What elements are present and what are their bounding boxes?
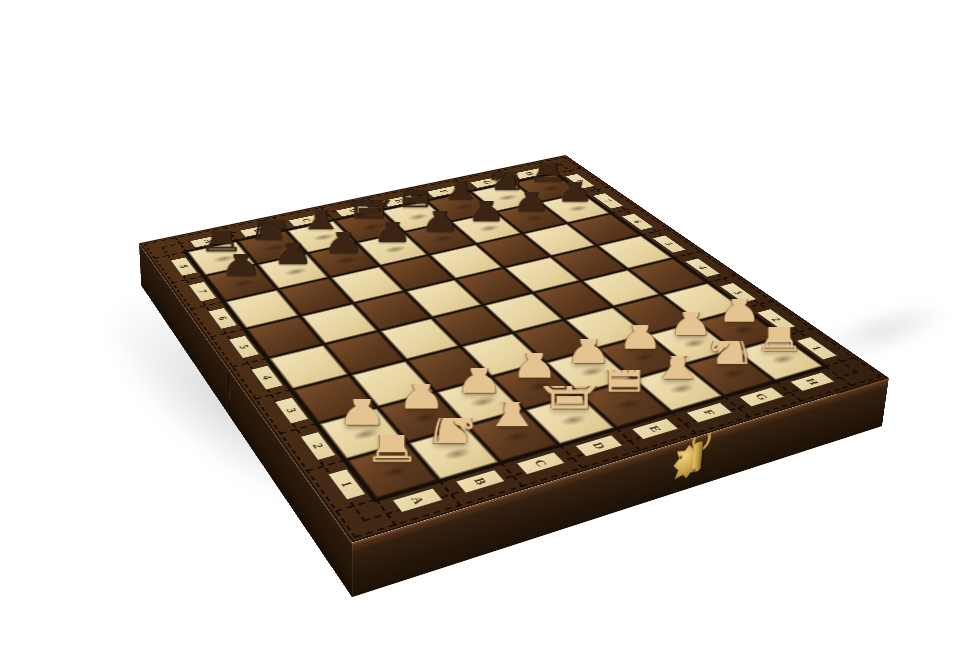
file-label-bottom-a: A [391, 488, 443, 513]
stitch-line [824, 357, 855, 367]
stitch-line [499, 462, 523, 487]
file-label-bottom-f: F [685, 402, 733, 423]
rank-label-left-5: 5 [228, 335, 260, 359]
square-b5[interactable] [300, 303, 379, 344]
stitch-line [723, 396, 751, 418]
file-label-bottom-g: G [738, 387, 785, 407]
fold-seam [228, 368, 230, 417]
rank-label-left-6: 6 [207, 307, 238, 329]
scene: AABBCCDDEEFFGGHH8877665544332211 ♜♞♝♚♛♝♞… [0, 0, 970, 647]
file-label-bottom-c: C [516, 452, 566, 476]
stitch-line [824, 366, 853, 386]
square-c4[interactable] [379, 318, 461, 361]
stitch-line [190, 301, 225, 310]
square-b4[interactable] [324, 331, 406, 375]
file-label-bottom-d: D [574, 434, 623, 457]
file-label-bottom-b: B [455, 469, 506, 493]
stitch-line [558, 445, 583, 469]
photo-canvas: AABBCCDDEEFFGGHH8877665544332211 ♜♞♝♚♛♝♞… [0, 0, 970, 647]
stitch-line [174, 237, 187, 252]
stitch-line [375, 499, 397, 526]
square-d4[interactable] [432, 305, 513, 346]
stitch-line [254, 389, 292, 400]
stitch-line [279, 423, 318, 434]
file-label-bottom-h: H [789, 372, 835, 392]
stitch-line [335, 499, 377, 512]
rank-label-left-2: 2 [300, 431, 337, 460]
rank-label-left-4: 4 [250, 365, 284, 390]
rank-label-left-1: 1 [327, 468, 366, 500]
chess-board-box: AABBCCDDEEFFGGHH8877665544332211 ♜♞♝♚♛♝♞… [139, 155, 889, 543]
stitch-line [615, 428, 641, 451]
stitch-line [774, 381, 803, 402]
stitch-line [306, 459, 346, 471]
square-a5[interactable] [245, 316, 324, 358]
stitch-line [231, 358, 268, 368]
stitch-line [438, 480, 461, 506]
rank-label-left-3: 3 [274, 397, 309, 424]
stitch-line [210, 328, 246, 337]
